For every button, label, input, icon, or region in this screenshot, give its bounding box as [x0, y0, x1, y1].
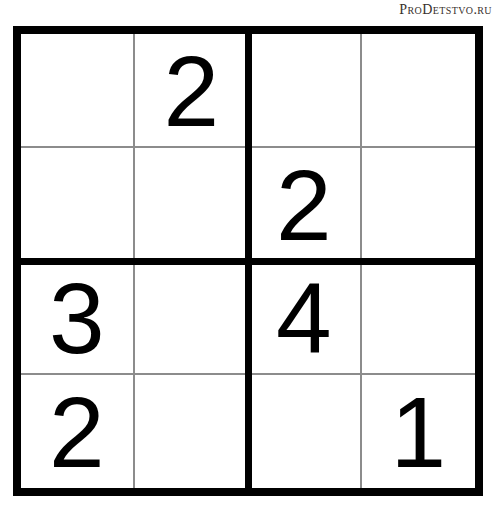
cell-r2c3[interactable]: 2 — [248, 148, 362, 262]
cell-r3c4[interactable] — [362, 261, 476, 375]
cell-r3c3[interactable]: 4 — [248, 261, 362, 375]
cell-r2c4[interactable] — [362, 148, 476, 262]
cell-r1c3[interactable] — [248, 34, 362, 148]
cell-r1c1[interactable] — [21, 34, 135, 148]
box-divider-horizontal — [21, 258, 475, 265]
sudoku-board: 2 2 3 4 2 1 — [13, 26, 483, 496]
cell-r3c2[interactable] — [135, 261, 249, 375]
sudoku-page: ProDetstvo.ru 2 2 3 4 2 1 — [0, 0, 500, 510]
cell-r4c4[interactable]: 1 — [362, 375, 476, 489]
cell-r1c4[interactable] — [362, 34, 476, 148]
watermark-prodetstvo: ProDetstvo.ru — [399, 2, 492, 18]
cell-r4c3[interactable] — [248, 375, 362, 489]
cell-r4c1[interactable]: 2 — [21, 375, 135, 489]
cell-r2c2[interactable] — [135, 148, 249, 262]
cell-r3c1[interactable]: 3 — [21, 261, 135, 375]
cell-r2c1[interactable] — [21, 148, 135, 262]
cell-r1c2[interactable]: 2 — [135, 34, 249, 148]
cell-r4c2[interactable] — [135, 375, 249, 489]
